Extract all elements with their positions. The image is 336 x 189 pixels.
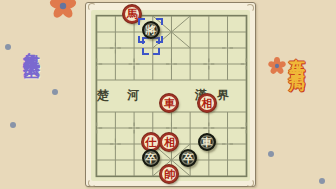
selection-marker xyxy=(138,18,163,43)
frame-corner-ornament xyxy=(246,4,254,12)
dot-decoration xyxy=(319,178,325,184)
river-label-jie: 界 xyxy=(216,87,230,104)
series-title-banner: 象棋杀法大全 xyxy=(20,38,43,50)
piece-red-elephant[interactable]: 相 xyxy=(198,94,216,112)
xiangqi-board[interactable]: 楚 河 漢 界 馬將車相仕相車卒卒帥 xyxy=(85,2,256,187)
piece-black-chariot[interactable]: 車 xyxy=(198,133,216,151)
frame-corner-ornament xyxy=(246,179,254,187)
river-label-he: 河 xyxy=(126,87,140,104)
dot-decoration xyxy=(10,122,16,128)
piece-black-soldier[interactable]: 卒 xyxy=(142,149,160,167)
flower-decoration-icon xyxy=(48,0,78,21)
dot-decoration xyxy=(5,44,11,50)
frame-corner-ornament xyxy=(88,179,96,187)
dot-decoration xyxy=(268,151,274,157)
app-background: 象棋杀法大全 车马第七局 楚 河 xyxy=(0,0,336,189)
frame-corner-ornament xyxy=(88,3,96,11)
dot-decoration xyxy=(52,89,58,95)
puzzle-title-banner: 车马第七局 xyxy=(286,46,307,66)
river-label-chu: 楚 xyxy=(96,87,110,104)
flower-decoration-icon xyxy=(267,56,287,76)
